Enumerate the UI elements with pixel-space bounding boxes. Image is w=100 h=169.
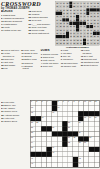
puzzle-cell[interactable] <box>84 152 89 157</box>
clue-number: 2 <box>36 101 37 103</box>
puzzle-cell[interactable] <box>47 162 52 167</box>
clue-item-number: 4 <box>41 62 42 64</box>
puzzle-cell[interactable] <box>62 162 67 167</box>
clue-number: 9 <box>79 101 80 103</box>
clue-item-number: 24 <box>1 107 4 109</box>
clue-item-number: 25 <box>28 19 31 21</box>
clue-number: 8 <box>73 101 74 103</box>
clue-item-number: 31 <box>1 52 4 54</box>
block-cell <box>41 152 46 157</box>
clue-number: 26 <box>52 127 54 129</box>
clue-number: 32 <box>73 137 75 139</box>
yesterday-answer-grid: CAPSHAILACABSILTMARINARAASKEDOVERSEABASS… <box>55 1 100 45</box>
clue-number: 29 <box>79 132 81 134</box>
clue-number: 11 <box>89 101 91 103</box>
puzzle-cell[interactable] <box>62 106 67 111</box>
clue-number: 20 <box>95 116 97 118</box>
clue-item-number: 36 <box>1 117 4 119</box>
clue-item: 20 Desert haven <box>81 64 99 67</box>
clue-number: 7 <box>68 101 69 103</box>
puzzle-cell[interactable] <box>94 162 99 167</box>
clue-item-number: 1 <box>1 14 2 16</box>
clue-item: 19 Soothing plant <box>81 61 99 64</box>
puzzle-cell[interactable] <box>94 106 99 111</box>
clue-number: 40 <box>52 152 54 154</box>
puzzle-cell[interactable] <box>47 132 52 137</box>
puzzle-cell[interactable] <box>94 152 99 157</box>
puzzle-cell[interactable] <box>89 126 94 131</box>
clue-item-number: 41 <box>21 55 24 57</box>
clue-number: 23 <box>68 122 70 124</box>
across-header: ACROSS <box>1 10 27 13</box>
clue-item-number: 8 <box>61 55 62 57</box>
clue-item-number: 2 <box>41 56 42 58</box>
clue-item-number: 34 <box>1 61 4 63</box>
block-cell <box>57 132 62 137</box>
clue-item-number: 5 <box>41 65 42 67</box>
clue-number: 16 <box>52 111 54 113</box>
clue-number: 37 <box>84 142 86 144</box>
puzzle-cell[interactable] <box>84 106 89 111</box>
puzzle-cell[interactable] <box>62 152 67 157</box>
puzzle-cell[interactable] <box>73 126 78 131</box>
clue-item: 42 Battery fluid <box>21 58 39 61</box>
clue-item-number: 21 <box>1 101 4 103</box>
clue-item-number: 42 <box>21 58 24 60</box>
clue-item-number: 44 <box>21 65 24 67</box>
puzzle-cell[interactable]: 27 <box>68 126 73 131</box>
clue-item-number: 22 <box>1 104 4 106</box>
clue-item-number: 23 <box>28 16 31 18</box>
clue-item-number: 35 <box>1 64 4 66</box>
block-cell <box>47 152 52 157</box>
clue-number: 36 <box>79 142 81 144</box>
block-cell <box>73 162 78 167</box>
clue-number: 10 <box>84 101 86 103</box>
clue-item: 4 Mets' old home <box>41 62 59 65</box>
header: CROSSWORD by THOMAS JOSEPH <box>1 0 54 10</box>
puzzle-cell[interactable] <box>36 126 41 131</box>
clue-item-number: 31 <box>1 110 4 112</box>
puzzle-cell[interactable] <box>89 152 94 157</box>
clue-item: 17 Catch of the day <box>1 29 27 32</box>
puzzle-cell[interactable] <box>84 162 89 167</box>
clue-item-number: 26 <box>28 23 31 25</box>
clue-number: 35 <box>68 142 70 144</box>
clue-item-number: 11 <box>61 65 63 67</box>
clue-number: 4 <box>47 101 48 103</box>
clue-number: 25 <box>31 127 33 129</box>
puzzle-cell[interactable]: 29 <box>78 132 83 137</box>
block-cell <box>47 126 52 131</box>
puzzle-cell[interactable]: 14 <box>57 106 62 111</box>
block-cell <box>62 132 67 137</box>
clue-item: 29 Reed instrument <box>28 32 54 35</box>
clue-number: 18 <box>84 116 86 118</box>
clue-item-number: 10 <box>61 62 64 64</box>
block-cell <box>62 126 67 131</box>
clue-item: 44 Stinging insect <box>21 65 39 70</box>
clue-item-number: 19 <box>81 61 84 63</box>
puzzle-cell[interactable] <box>41 162 46 167</box>
clue-item-number: 21 <box>28 13 31 15</box>
puzzle-cell[interactable] <box>36 132 41 137</box>
clue-item-number: 40 <box>21 52 24 54</box>
clue-number: 42 <box>79 157 81 159</box>
puzzle-cell[interactable] <box>57 126 62 131</box>
puzzle-cell[interactable]: 43 <box>31 162 36 167</box>
clue-number: 44 <box>79 162 81 164</box>
puzzle-cell[interactable] <box>89 162 94 167</box>
puzzle-cell[interactable] <box>84 126 89 131</box>
clue-item-number: 16 <box>81 55 84 57</box>
puzzle-cell[interactable] <box>36 106 41 111</box>
clue-number: 6 <box>63 101 64 103</box>
clue-number: 15 <box>31 111 33 113</box>
clue-item-number: 9 <box>61 58 62 60</box>
clue-number: 12 <box>95 101 97 103</box>
clue-item-number: 5 <box>1 17 2 19</box>
clue-number: 43 <box>31 162 33 164</box>
puzzle-cell[interactable] <box>84 132 89 137</box>
clue-number: 27 <box>68 127 70 129</box>
clue-item: 11 Rocker part <box>61 65 79 68</box>
clue-number: 1 <box>31 101 32 103</box>
puzzle-cell[interactable] <box>47 106 52 111</box>
clue-number: 28 <box>31 132 33 134</box>
puzzle-cell[interactable]: 40 <box>52 152 57 157</box>
clue-number: 21 <box>31 122 33 124</box>
clue-number: 38 <box>31 147 33 149</box>
page-title: CROSSWORD <box>1 0 54 7</box>
puzzle-cell[interactable] <box>94 126 99 131</box>
clue-column-region-c: 21 Film critic22 Bakery buy24 Sly glance… <box>1 101 29 168</box>
puzzle-cell[interactable]: 26 <box>52 126 57 131</box>
clue-item-number: 37 <box>1 120 4 122</box>
clue-item-number: 20 <box>81 64 84 66</box>
clue-number: 17 <box>42 116 44 118</box>
block-cell <box>36 152 41 157</box>
clue-number: 41 <box>31 157 33 159</box>
puzzle-cell[interactable] <box>73 152 78 157</box>
clue-column-region-a: ACROSS 1 Casual tops5 Hansom demander?13… <box>1 10 54 48</box>
clue-number: 39 <box>52 147 54 149</box>
clue-item: 12 Farm measure <box>81 49 99 54</box>
clue-item-number: 33 <box>1 58 4 60</box>
yesterday-answer-caption: Yesterday's answer <box>55 45 99 48</box>
clue-item-number: 30 <box>1 49 4 51</box>
puzzle-cell[interactable] <box>57 162 62 167</box>
clue-item-number: 32 <box>1 114 4 116</box>
block-cell <box>52 132 57 137</box>
clue-number: 34 <box>31 142 33 144</box>
clue-item-number: 1 <box>41 53 42 55</box>
clue-number: 14 <box>58 106 60 108</box>
clue-number: 13 <box>31 106 33 108</box>
clue-number: 31 <box>68 137 70 139</box>
clue-item-number: 15 <box>1 26 4 28</box>
newspaper-crossword-page: CROSSWORD by THOMAS JOSEPH CAPSHAILACABS… <box>0 0 100 169</box>
puzzle-cell[interactable] <box>73 106 78 111</box>
puzzle-cell[interactable] <box>41 132 46 137</box>
clue-number: 24 <box>79 122 81 124</box>
clue-item-number: 6 <box>61 49 62 51</box>
clue-item-number: 7 <box>61 52 62 54</box>
puzzle-cell[interactable]: 44 <box>78 162 83 167</box>
puzzle-cell[interactable] <box>68 106 73 111</box>
clue-number: 3 <box>42 101 43 103</box>
puzzle-cell[interactable] <box>68 152 73 157</box>
clue-item-number: 43 <box>21 62 24 64</box>
clue-number: 5 <box>58 101 59 103</box>
clue-item-number: 29 <box>28 32 31 34</box>
clue-item: 37 Singer Della <box>1 120 29 123</box>
clue-column-region-b: 30 Poe's lost love31 In the direction of… <box>1 49 99 100</box>
puzzle-cell[interactable] <box>36 162 41 167</box>
clue-number: 22 <box>36 122 38 124</box>
puzzle-grid: 1234567891011121314151617181920212223242… <box>30 101 99 168</box>
clue-item-number: 17 <box>1 29 4 31</box>
clue-number: 30 <box>31 137 33 139</box>
clue-number: 33 <box>89 137 91 139</box>
puzzle-cell[interactable] <box>52 162 57 167</box>
clue-item-number: 12 <box>81 49 84 51</box>
puzzle-cell[interactable] <box>57 152 62 157</box>
clue-item: 38 Pal <box>1 67 19 70</box>
clue-item-number: 14 <box>1 23 4 25</box>
clue-item: 5 Corn unit <box>41 65 59 68</box>
clue-item-number: 27 <box>28 26 31 28</box>
puzzle-cell[interactable] <box>78 106 83 111</box>
clue-item-number: 18 <box>81 58 84 60</box>
clue-item-number: 38 <box>1 67 4 69</box>
clue-item-number: 13 <box>1 20 4 22</box>
block-cell <box>41 126 46 131</box>
clue-item: 31 In the direction of <box>1 52 19 57</box>
down-header: DOWN <box>41 49 59 52</box>
clue-item-number: 39 <box>21 49 24 51</box>
clue-number: 19 <box>89 116 91 118</box>
puzzle-cell[interactable] <box>41 106 46 111</box>
puzzle-cell[interactable] <box>94 132 99 137</box>
clue-item-number: 18 <box>28 10 31 12</box>
clue-item-number: 3 <box>41 59 42 61</box>
puzzle-cell[interactable] <box>89 106 94 111</box>
clue-item-number: 28 <box>28 29 31 31</box>
puzzle-cell[interactable] <box>68 162 73 167</box>
